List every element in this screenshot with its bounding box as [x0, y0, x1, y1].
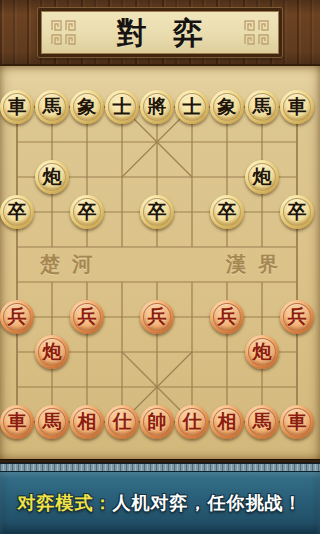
piece-red-cannon[interactable]: 炮	[245, 335, 279, 369]
piece-glyph: 兵	[8, 307, 27, 326]
piece-glyph: 馬	[253, 97, 272, 116]
piece-face: 帥	[143, 408, 171, 436]
piece-glyph: 兵	[218, 307, 237, 326]
piece-black-advisor[interactable]: 士	[175, 90, 209, 124]
piece-red-advisor[interactable]: 仕	[175, 405, 209, 439]
piece-face: 車	[283, 408, 311, 436]
piece-glyph: 車	[288, 412, 307, 431]
piece-face: 馬	[248, 93, 276, 121]
piece-glyph: 相	[218, 412, 237, 431]
piece-glyph: 兵	[288, 307, 307, 326]
piece-black-soldier[interactable]: 卒	[0, 195, 34, 229]
piece-face: 卒	[143, 198, 171, 226]
piece-red-cannon[interactable]: 炮	[35, 335, 69, 369]
piece-face: 炮	[248, 163, 276, 191]
piece-face: 相	[73, 408, 101, 436]
piece-red-soldier[interactable]: 兵	[210, 300, 244, 334]
piece-black-soldier[interactable]: 卒	[140, 195, 174, 229]
piece-red-chariot[interactable]: 車	[0, 405, 34, 439]
piece-red-soldier[interactable]: 兵	[140, 300, 174, 334]
piece-face: 象	[213, 93, 241, 121]
piece-glyph: 車	[288, 97, 307, 116]
piece-face: 兵	[143, 303, 171, 331]
piece-red-horse[interactable]: 馬	[245, 405, 279, 439]
piece-black-soldier[interactable]: 卒	[210, 195, 244, 229]
piece-red-horse[interactable]: 馬	[35, 405, 69, 439]
piece-face: 車	[283, 93, 311, 121]
piece-face: 馬	[38, 408, 66, 436]
piece-face: 將	[143, 93, 171, 121]
page-title: 對弈	[77, 18, 243, 48]
piece-glyph: 將	[148, 97, 167, 116]
piece-red-elephant[interactable]: 相	[70, 405, 104, 439]
piece-glyph: 車	[8, 412, 27, 431]
piece-face: 炮	[248, 338, 276, 366]
piece-black-horse[interactable]: 馬	[35, 90, 69, 124]
piece-face: 卒	[283, 198, 311, 226]
piece-face: 象	[73, 93, 101, 121]
piece-face: 炮	[38, 338, 66, 366]
piece-glyph: 炮	[253, 167, 272, 186]
piece-glyph: 卒	[78, 202, 97, 221]
piece-glyph: 士	[183, 97, 202, 116]
piece-black-elephant[interactable]: 象	[210, 90, 244, 124]
piece-face: 兵	[73, 303, 101, 331]
piece-glyph: 馬	[43, 97, 62, 116]
status-bar: 对弈模式：人机对弈，任你挑战！	[0, 472, 320, 534]
piece-black-general[interactable]: 將	[140, 90, 174, 124]
piece-face: 士	[108, 93, 136, 121]
piece-black-soldier[interactable]: 卒	[70, 195, 104, 229]
river-label-left: 楚河	[40, 254, 104, 274]
piece-face: 卒	[213, 198, 241, 226]
spiral-pattern-right-icon	[243, 19, 270, 46]
xiangqi-app-screen: 對弈	[0, 0, 320, 534]
piece-glyph: 象	[78, 97, 97, 116]
piece-face: 相	[213, 408, 241, 436]
piece-red-soldier[interactable]: 兵	[70, 300, 104, 334]
piece-face: 卒	[73, 198, 101, 226]
piece-glyph: 馬	[43, 412, 62, 431]
status-mode-label: 对弈模式：	[18, 491, 113, 515]
piece-red-soldier[interactable]: 兵	[280, 300, 314, 334]
piece-face: 兵	[3, 303, 31, 331]
piece-glyph: 車	[8, 97, 27, 116]
spiral-pattern-left-icon	[50, 19, 77, 46]
piece-face: 仕	[178, 408, 206, 436]
piece-face: 士	[178, 93, 206, 121]
piece-face: 車	[3, 93, 31, 121]
piece-face: 炮	[38, 163, 66, 191]
piece-black-advisor[interactable]: 士	[105, 90, 139, 124]
piece-red-advisor[interactable]: 仕	[105, 405, 139, 439]
title-plaque: 對弈	[38, 8, 282, 57]
piece-face: 馬	[38, 93, 66, 121]
piece-red-elephant[interactable]: 相	[210, 405, 244, 439]
piece-red-general[interactable]: 帥	[140, 405, 174, 439]
piece-face: 車	[3, 408, 31, 436]
piece-glyph: 炮	[43, 342, 62, 361]
piece-face: 馬	[248, 408, 276, 436]
piece-red-chariot[interactable]: 車	[280, 405, 314, 439]
river-label-right: 漢界	[226, 254, 290, 274]
piece-glyph: 卒	[288, 202, 307, 221]
piece-glyph: 炮	[253, 342, 272, 361]
piece-black-cannon[interactable]: 炮	[35, 160, 69, 194]
piece-black-soldier[interactable]: 卒	[280, 195, 314, 229]
piece-face: 仕	[108, 408, 136, 436]
piece-face: 卒	[3, 198, 31, 226]
piece-glyph: 相	[78, 412, 97, 431]
piece-glyph: 兵	[148, 307, 167, 326]
piece-face: 兵	[213, 303, 241, 331]
piece-glyph: 馬	[253, 412, 272, 431]
piece-glyph: 卒	[218, 202, 237, 221]
piece-glyph: 士	[113, 97, 132, 116]
piece-black-cannon[interactable]: 炮	[245, 160, 279, 194]
piece-red-soldier[interactable]: 兵	[0, 300, 34, 334]
piece-glyph: 炮	[43, 167, 62, 186]
piece-glyph: 卒	[8, 202, 27, 221]
wood-header: 對弈	[0, 0, 320, 66]
piece-face: 兵	[283, 303, 311, 331]
piece-black-elephant[interactable]: 象	[70, 90, 104, 124]
piece-black-chariot[interactable]: 車	[0, 90, 34, 124]
decorative-border-strip	[0, 463, 320, 472]
status-message: 人机对弈，任你挑战！	[113, 491, 303, 515]
piece-glyph: 帥	[148, 412, 167, 431]
piece-glyph: 象	[218, 97, 237, 116]
piece-black-horse[interactable]: 馬	[245, 90, 279, 124]
piece-glyph: 仕	[113, 412, 132, 431]
piece-glyph: 仕	[183, 412, 202, 431]
piece-glyph: 兵	[78, 307, 97, 326]
piece-glyph: 卒	[148, 202, 167, 221]
xiangqi-board[interactable]: 楚河 漢界	[0, 66, 320, 459]
piece-black-chariot[interactable]: 車	[280, 90, 314, 124]
